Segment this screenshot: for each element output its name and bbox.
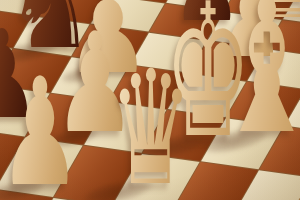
piece-white-pawn-b[interactable]: ♟ — [0, 59, 81, 200]
piece-white-queen[interactable]: ♛ — [110, 51, 192, 200]
chess-photo-frame: ♞♟♟♜♟♟♟♝♚♛♟ — [0, 0, 300, 200]
